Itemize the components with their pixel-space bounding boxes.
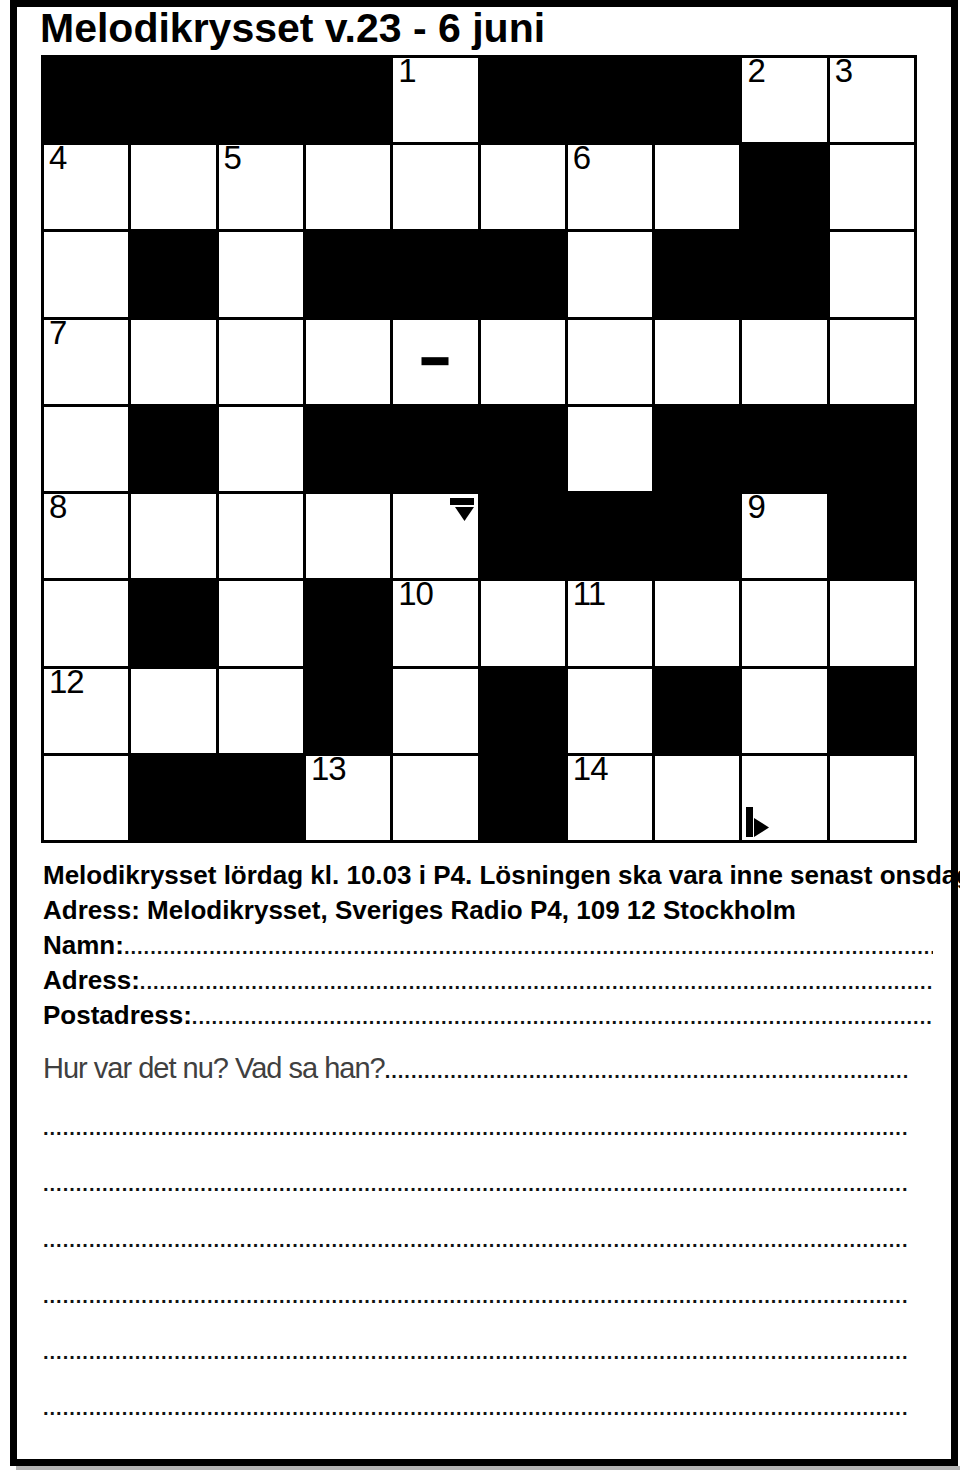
postal-address-field-line[interactable]: Postadress:.............................… — [43, 1000, 933, 1030]
name-field-line[interactable]: Namn:...................................… — [43, 930, 933, 960]
cell-r2c9[interactable] — [830, 232, 914, 316]
postal-address-label: Postadress: — [43, 1000, 192, 1030]
cell-r6c5[interactable] — [481, 581, 565, 665]
cell-r7c1[interactable] — [131, 669, 215, 753]
cell-r7c2[interactable] — [219, 669, 303, 753]
block-cell-r5c9 — [830, 494, 914, 578]
answer-writing-line-3[interactable]: ........................................… — [43, 1230, 908, 1254]
clue-number-3: 3 — [835, 54, 852, 87]
block-cell-r0c1 — [131, 58, 215, 142]
cell-r5c0[interactable]: 8 — [44, 494, 128, 578]
cell-r2c2[interactable] — [219, 232, 303, 316]
cell-r4c0[interactable] — [44, 407, 128, 491]
block-cell-r5c6 — [568, 494, 652, 578]
cell-r0c4[interactable]: 1 — [393, 58, 477, 142]
clue-number-5: 5 — [224, 141, 241, 174]
cell-r6c9[interactable] — [830, 581, 914, 665]
block-cell-r0c6 — [568, 58, 652, 142]
cell-r5c3[interactable] — [306, 494, 390, 578]
cell-r1c3[interactable] — [306, 145, 390, 229]
block-cell-r4c8 — [742, 407, 826, 491]
answer-writing-line-6[interactable]: ........................................… — [43, 1398, 908, 1422]
block-cell-r6c3 — [306, 581, 390, 665]
cell-r3c2[interactable] — [219, 320, 303, 404]
block-cell-r7c5 — [481, 669, 565, 753]
cell-r6c7[interactable] — [655, 581, 739, 665]
clue-number-7: 7 — [49, 316, 66, 349]
hyphen-mark — [422, 357, 449, 365]
clue-number-2: 2 — [747, 54, 764, 87]
mailing-address-line: Adress: Melodikrysset, Sveriges Radio P4… — [43, 895, 796, 925]
cell-r6c4[interactable]: 10 — [393, 581, 477, 665]
cell-r0c8[interactable]: 2 — [742, 58, 826, 142]
cell-r1c1[interactable] — [131, 145, 215, 229]
cell-r2c6[interactable] — [568, 232, 652, 316]
cell-r0c9[interactable]: 3 — [830, 58, 914, 142]
block-cell-r4c5 — [481, 407, 565, 491]
block-cell-r4c1 — [131, 407, 215, 491]
block-cell-r2c5 — [481, 232, 565, 316]
block-cell-r2c4 — [393, 232, 477, 316]
cell-r3c9[interactable] — [830, 320, 914, 404]
cell-r8c9[interactable] — [830, 756, 914, 840]
clue-number-4: 4 — [49, 141, 66, 174]
cell-r6c0[interactable] — [44, 581, 128, 665]
block-cell-r4c3 — [306, 407, 390, 491]
question-dotted-leader: ........................................… — [385, 1060, 908, 1083]
cell-r2c0[interactable] — [44, 232, 128, 316]
page: Melodikrysset v.23 - 6 juni 123456789101… — [0, 0, 960, 1472]
block-cell-r2c3 — [306, 232, 390, 316]
cell-r6c6[interactable]: 11 — [568, 581, 652, 665]
cell-r1c6[interactable]: 6 — [568, 145, 652, 229]
name-label: Namn: — [43, 930, 124, 960]
cell-r3c5[interactable] — [481, 320, 565, 404]
clue-number-14: 14 — [573, 752, 608, 785]
address-field-line[interactable]: Adress:.................................… — [43, 965, 933, 995]
cell-r7c4[interactable] — [393, 669, 477, 753]
address-dotted-leader: ........................................… — [140, 971, 933, 994]
answer-writing-line-1[interactable]: ........................................… — [43, 1118, 908, 1142]
block-cell-r0c3 — [306, 58, 390, 142]
cell-r1c4[interactable] — [393, 145, 477, 229]
cell-r3c0[interactable]: 7 — [44, 320, 128, 404]
block-cell-r7c3 — [306, 669, 390, 753]
clue-number-13: 13 — [311, 752, 346, 785]
cell-r7c8[interactable] — [742, 669, 826, 753]
block-cell-r0c7 — [655, 58, 739, 142]
block-cell-r1c8 — [742, 145, 826, 229]
block-cell-r7c9 — [830, 669, 914, 753]
question-line: Hur var det nu? Vad sa han?.............… — [43, 1052, 908, 1084]
question-text: Hur var det nu? Vad sa han? — [43, 1052, 385, 1084]
cell-r1c7[interactable] — [655, 145, 739, 229]
answer-writing-line-5[interactable]: ........................................… — [43, 1342, 908, 1366]
cell-r8c0[interactable] — [44, 756, 128, 840]
clue-number-9: 9 — [747, 490, 764, 523]
postal-address-dotted-leader: ........................................… — [192, 1006, 933, 1029]
cell-r3c3[interactable] — [306, 320, 390, 404]
cell-r3c6[interactable] — [568, 320, 652, 404]
cell-r6c8[interactable] — [742, 581, 826, 665]
cell-r7c6[interactable] — [568, 669, 652, 753]
cell-r8c7[interactable] — [655, 756, 739, 840]
answer-writing-line-2[interactable]: ........................................… — [43, 1174, 908, 1198]
address-label: Adress: — [43, 965, 140, 995]
answer-writing-line-4[interactable]: ........................................… — [43, 1286, 908, 1310]
page-border-shadow — [16, 1466, 960, 1470]
cell-r3c4[interactable] — [393, 320, 477, 404]
block-cell-r5c7 — [655, 494, 739, 578]
cell-r3c7[interactable] — [655, 320, 739, 404]
arrow-down-then-right-icon — [745, 806, 770, 838]
arrow-right-then-down-icon — [449, 497, 475, 523]
block-cell-r7c7 — [655, 669, 739, 753]
crossword-grid: 1234567891011121314 — [41, 55, 917, 843]
cell-r8c8[interactable] — [742, 756, 826, 840]
clue-number-11: 11 — [573, 577, 605, 610]
cell-r1c9[interactable] — [830, 145, 914, 229]
cell-r5c8[interactable]: 9 — [742, 494, 826, 578]
block-cell-r8c5 — [481, 756, 565, 840]
cell-r8c3[interactable]: 13 — [306, 756, 390, 840]
cell-r1c2[interactable]: 5 — [219, 145, 303, 229]
clue-number-6: 6 — [573, 141, 590, 174]
block-cell-r8c2 — [219, 756, 303, 840]
block-cell-r2c7 — [655, 232, 739, 316]
cell-r4c2[interactable] — [219, 407, 303, 491]
block-cell-r0c2 — [219, 58, 303, 142]
clue-number-10: 10 — [398, 577, 433, 610]
cell-r7c0[interactable]: 12 — [44, 669, 128, 753]
cell-r4c6[interactable] — [568, 407, 652, 491]
block-cell-r4c7 — [655, 407, 739, 491]
block-cell-r6c1 — [131, 581, 215, 665]
cell-r1c0[interactable]: 4 — [44, 145, 128, 229]
block-cell-r4c9 — [830, 407, 914, 491]
cell-r3c1[interactable] — [131, 320, 215, 404]
broadcast-info-line: Melodikrysset lördag kl. 10.03 i P4. Lös… — [43, 860, 960, 890]
block-cell-r8c1 — [131, 756, 215, 840]
block-cell-r4c4 — [393, 407, 477, 491]
cell-r3c8[interactable] — [742, 320, 826, 404]
cell-r5c4[interactable] — [393, 494, 477, 578]
cell-r5c1[interactable] — [131, 494, 215, 578]
cell-r8c4[interactable] — [393, 756, 477, 840]
page-title: Melodikrysset v.23 - 6 juni — [40, 8, 545, 49]
clue-number-8: 8 — [49, 490, 66, 523]
cell-r8c6[interactable]: 14 — [568, 756, 652, 840]
cell-r6c2[interactable] — [219, 581, 303, 665]
name-dotted-leader: ........................................… — [124, 936, 933, 959]
clue-number-12: 12 — [49, 665, 84, 698]
cell-r5c2[interactable] — [219, 494, 303, 578]
block-cell-r5c5 — [481, 494, 565, 578]
block-cell-r0c0 — [44, 58, 128, 142]
cell-r1c5[interactable] — [481, 145, 565, 229]
block-cell-r0c5 — [481, 58, 565, 142]
block-cell-r2c8 — [742, 232, 826, 316]
block-cell-r2c1 — [131, 232, 215, 316]
clue-number-1: 1 — [398, 54, 415, 87]
